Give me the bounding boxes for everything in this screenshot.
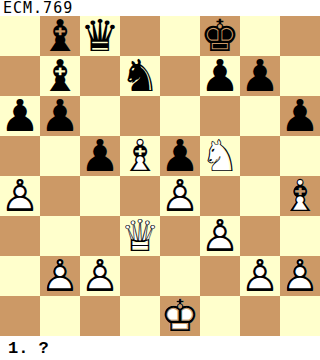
square-e1[interactable]: ♚♔ (160, 296, 200, 336)
piece-black-pawn[interactable]: ♟ (240, 56, 280, 96)
square-a4[interactable]: ♟♙ (0, 176, 40, 216)
square-b1[interactable] (40, 296, 80, 336)
square-c5[interactable]: ♟ (80, 136, 120, 176)
square-h8[interactable] (280, 16, 320, 56)
square-d7[interactable]: ♞ (120, 56, 160, 96)
black-piece-glyph: ♟ (240, 56, 280, 96)
square-g6[interactable] (240, 96, 280, 136)
piece-black-pawn[interactable]: ♟ (200, 56, 240, 96)
square-c7[interactable] (80, 56, 120, 96)
piece-white-bishop[interactable]: ♝♗ (120, 136, 160, 176)
square-h1[interactable] (280, 296, 320, 336)
square-h4[interactable]: ♝♗ (280, 176, 320, 216)
piece-white-pawn[interactable]: ♟♙ (160, 176, 200, 216)
square-h6[interactable]: ♟ (280, 96, 320, 136)
piece-white-king[interactable]: ♚♔ (160, 296, 200, 336)
white-piece-outline-glyph: ♙ (280, 256, 320, 296)
white-piece-outline-glyph: ♙ (0, 176, 40, 216)
square-a6[interactable]: ♟ (0, 96, 40, 136)
square-f2[interactable] (200, 256, 240, 296)
square-f5[interactable]: ♞♘ (200, 136, 240, 176)
black-piece-glyph: ♟ (280, 96, 320, 136)
square-g1[interactable] (240, 296, 280, 336)
square-b5[interactable] (40, 136, 80, 176)
piece-white-pawn[interactable]: ♟♙ (0, 176, 40, 216)
square-e7[interactable] (160, 56, 200, 96)
square-e4[interactable]: ♟♙ (160, 176, 200, 216)
square-g7[interactable]: ♟ (240, 56, 280, 96)
piece-black-pawn[interactable]: ♟ (40, 96, 80, 136)
square-b4[interactable] (40, 176, 80, 216)
square-g2[interactable]: ♟♙ (240, 256, 280, 296)
square-d5[interactable]: ♝♗ (120, 136, 160, 176)
black-piece-glyph: ♛ (80, 16, 120, 56)
piece-white-pawn[interactable]: ♟♙ (280, 256, 320, 296)
white-piece-outline-glyph: ♘ (200, 136, 240, 176)
square-e8[interactable] (160, 16, 200, 56)
piece-white-pawn[interactable]: ♟♙ (40, 256, 80, 296)
white-piece-outline-glyph: ♙ (40, 256, 80, 296)
white-piece-outline-glyph: ♙ (240, 256, 280, 296)
chess-board: ♝♛♚♝♞♟♟♟♟♟♟♝♗♟♞♘♟♙♟♙♝♗♛♕♟♙♟♙♟♙♟♙♟♙♚♔ (0, 16, 320, 336)
white-piece-outline-glyph: ♙ (80, 256, 120, 296)
square-a2[interactable] (0, 256, 40, 296)
piece-black-knight[interactable]: ♞ (120, 56, 160, 96)
square-d2[interactable] (120, 256, 160, 296)
piece-black-queen[interactable]: ♛ (80, 16, 120, 56)
square-c8[interactable]: ♛ (80, 16, 120, 56)
white-piece-outline-glyph: ♙ (200, 216, 240, 256)
square-c4[interactable] (80, 176, 120, 216)
piece-black-pawn[interactable]: ♟ (280, 96, 320, 136)
square-a8[interactable] (0, 16, 40, 56)
black-piece-glyph: ♟ (200, 56, 240, 96)
square-f7[interactable]: ♟ (200, 56, 240, 96)
white-piece-outline-glyph: ♗ (280, 176, 320, 216)
square-d3[interactable]: ♛♕ (120, 216, 160, 256)
piece-white-pawn[interactable]: ♟♙ (240, 256, 280, 296)
square-f1[interactable] (200, 296, 240, 336)
piece-white-queen[interactable]: ♛♕ (120, 216, 160, 256)
piece-black-pawn[interactable]: ♟ (80, 136, 120, 176)
square-d1[interactable] (120, 296, 160, 336)
white-piece-outline-glyph: ♙ (160, 176, 200, 216)
square-e3[interactable] (160, 216, 200, 256)
chess-diagram-window: ECM.769 ♝♛♚♝♞♟♟♟♟♟♟♝♗♟♞♘♟♙♟♙♝♗♛♕♟♙♟♙♟♙♟♙… (0, 0, 320, 360)
piece-white-knight[interactable]: ♞♘ (200, 136, 240, 176)
piece-black-pawn[interactable]: ♟ (0, 96, 40, 136)
square-a3[interactable] (0, 216, 40, 256)
black-piece-glyph: ♟ (40, 96, 80, 136)
white-piece-outline-glyph: ♕ (120, 216, 160, 256)
piece-white-pawn[interactable]: ♟♙ (80, 256, 120, 296)
black-piece-glyph: ♟ (80, 136, 120, 176)
piece-white-pawn[interactable]: ♟♙ (200, 216, 240, 256)
square-c2[interactable]: ♟♙ (80, 256, 120, 296)
black-piece-glyph: ♟ (0, 96, 40, 136)
square-a1[interactable] (0, 296, 40, 336)
square-c1[interactable] (80, 296, 120, 336)
square-g4[interactable] (240, 176, 280, 216)
piece-white-bishop[interactable]: ♝♗ (280, 176, 320, 216)
black-piece-glyph: ♞ (120, 56, 160, 96)
square-b2[interactable]: ♟♙ (40, 256, 80, 296)
square-f3[interactable]: ♟♙ (200, 216, 240, 256)
square-h2[interactable]: ♟♙ (280, 256, 320, 296)
white-piece-outline-glyph: ♔ (160, 296, 200, 336)
white-piece-outline-glyph: ♗ (120, 136, 160, 176)
square-g5[interactable] (240, 136, 280, 176)
square-b6[interactable]: ♟ (40, 96, 80, 136)
